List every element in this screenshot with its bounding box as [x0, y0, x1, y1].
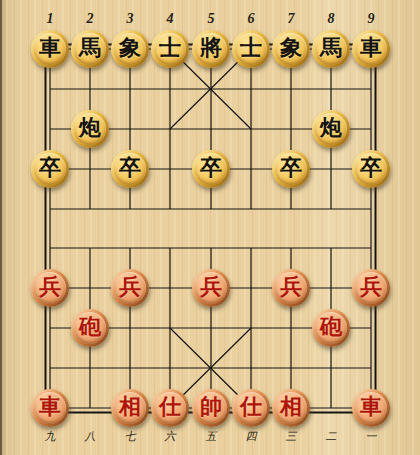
piece-red-soldier[interactable]: 兵 [111, 269, 149, 307]
xiangqi-board-screen: 123456789 九八七六五四三二一 車馬象士將士象馬車炮炮卒卒卒卒卒兵兵兵兵… [0, 0, 420, 455]
file-label-top-2: 2 [87, 12, 94, 26]
piece-black-soldier[interactable]: 卒 [111, 150, 149, 188]
piece-face: 兵 [114, 272, 146, 304]
piece-face: 兵 [34, 272, 66, 304]
piece-face: 士 [154, 33, 186, 65]
piece-black-elephant[interactable]: 象 [111, 30, 149, 68]
file-label-bottom-1: 九 [45, 431, 56, 442]
piece-black-advisor[interactable]: 士 [232, 30, 270, 68]
file-label-top-4: 4 [167, 12, 174, 26]
piece-face: 車 [355, 33, 387, 65]
piece-glyph-advisor: 仕 [240, 396, 262, 418]
piece-red-chariot[interactable]: 車 [352, 389, 390, 427]
piece-glyph-general: 帥 [200, 396, 222, 418]
piece-red-soldier[interactable]: 兵 [31, 269, 69, 307]
piece-glyph-advisor: 士 [159, 37, 181, 59]
piece-black-chariot[interactable]: 車 [352, 30, 390, 68]
piece-face: 炮 [315, 113, 347, 145]
piece-face: 將 [195, 33, 227, 65]
piece-glyph-soldier: 卒 [200, 157, 222, 179]
file-label-bottom-2: 八 [85, 431, 96, 442]
piece-face: 卒 [195, 153, 227, 185]
piece-face: 砲 [74, 312, 106, 344]
piece-face: 仕 [154, 392, 186, 424]
piece-glyph-horse: 馬 [320, 37, 342, 59]
file-label-bottom-7: 三 [286, 431, 297, 442]
piece-black-cannon[interactable]: 炮 [71, 110, 109, 148]
piece-black-horse[interactable]: 馬 [312, 30, 350, 68]
piece-glyph-elephant: 象 [119, 37, 141, 59]
file-label-bottom-5: 五 [206, 431, 217, 442]
piece-glyph-chariot: 車 [39, 37, 61, 59]
piece-black-soldier[interactable]: 卒 [31, 150, 69, 188]
piece-black-soldier[interactable]: 卒 [352, 150, 390, 188]
piece-black-soldier[interactable]: 卒 [192, 150, 230, 188]
piece-face: 卒 [275, 153, 307, 185]
piece-glyph-advisor: 士 [240, 37, 262, 59]
piece-glyph-cannon: 炮 [320, 117, 342, 139]
piece-face: 象 [114, 33, 146, 65]
piece-glyph-general: 將 [200, 37, 222, 59]
piece-red-soldier[interactable]: 兵 [192, 269, 230, 307]
file-label-top-9: 9 [368, 12, 375, 26]
piece-glyph-soldier: 卒 [280, 157, 302, 179]
piece-glyph-chariot: 車 [360, 37, 382, 59]
piece-glyph-soldier: 兵 [200, 276, 222, 298]
piece-black-chariot[interactable]: 車 [31, 30, 69, 68]
file-label-top-6: 6 [248, 12, 255, 26]
piece-glyph-soldier: 卒 [119, 157, 141, 179]
piece-glyph-soldier: 兵 [280, 276, 302, 298]
piece-glyph-chariot: 車 [39, 396, 61, 418]
file-label-top-8: 8 [328, 12, 335, 26]
piece-face: 馬 [315, 33, 347, 65]
piece-glyph-soldier: 兵 [39, 276, 61, 298]
piece-red-advisor[interactable]: 仕 [151, 389, 189, 427]
piece-glyph-cannon: 炮 [79, 117, 101, 139]
piece-face: 車 [34, 33, 66, 65]
piece-glyph-soldier: 兵 [360, 276, 382, 298]
piece-black-horse[interactable]: 馬 [71, 30, 109, 68]
piece-red-advisor[interactable]: 仕 [232, 389, 270, 427]
file-label-top-3: 3 [127, 12, 134, 26]
piece-glyph-chariot: 車 [360, 396, 382, 418]
piece-glyph-advisor: 仕 [159, 396, 181, 418]
piece-glyph-soldier: 卒 [360, 157, 382, 179]
file-label-top-5: 5 [208, 12, 215, 26]
file-label-bottom-9: 一 [366, 431, 377, 442]
piece-glyph-horse: 馬 [79, 37, 101, 59]
file-label-bottom-8: 二 [326, 431, 337, 442]
file-label-top-7: 7 [288, 12, 295, 26]
piece-face: 士 [235, 33, 267, 65]
board-grid [0, 0, 420, 455]
piece-red-cannon[interactable]: 砲 [312, 309, 350, 347]
piece-face: 車 [355, 392, 387, 424]
piece-face: 炮 [74, 113, 106, 145]
piece-face: 相 [275, 392, 307, 424]
piece-face: 卒 [355, 153, 387, 185]
piece-face: 象 [275, 33, 307, 65]
piece-glyph-elephant: 相 [280, 396, 302, 418]
piece-red-elephant[interactable]: 相 [272, 389, 310, 427]
file-label-bottom-4: 六 [165, 431, 176, 442]
piece-red-general[interactable]: 帥 [192, 389, 230, 427]
piece-red-chariot[interactable]: 車 [31, 389, 69, 427]
piece-red-elephant[interactable]: 相 [111, 389, 149, 427]
piece-red-cannon[interactable]: 砲 [71, 309, 109, 347]
piece-red-soldier[interactable]: 兵 [272, 269, 310, 307]
piece-glyph-soldier: 兵 [119, 276, 141, 298]
piece-glyph-cannon: 砲 [320, 316, 342, 338]
piece-black-advisor[interactable]: 士 [151, 30, 189, 68]
piece-face: 馬 [74, 33, 106, 65]
piece-black-elephant[interactable]: 象 [272, 30, 310, 68]
file-label-top-1: 1 [47, 12, 54, 26]
piece-face: 卒 [34, 153, 66, 185]
piece-face: 仕 [235, 392, 267, 424]
file-label-bottom-3: 七 [125, 431, 136, 442]
piece-red-soldier[interactable]: 兵 [352, 269, 390, 307]
piece-glyph-elephant: 象 [280, 37, 302, 59]
piece-face: 砲 [315, 312, 347, 344]
piece-face: 相 [114, 392, 146, 424]
piece-glyph-cannon: 砲 [79, 316, 101, 338]
piece-face: 卒 [114, 153, 146, 185]
piece-black-cannon[interactable]: 炮 [312, 110, 350, 148]
piece-glyph-elephant: 相 [119, 396, 141, 418]
piece-black-general[interactable]: 將 [192, 30, 230, 68]
piece-face: 帥 [195, 392, 227, 424]
piece-face: 車 [34, 392, 66, 424]
piece-black-soldier[interactable]: 卒 [272, 150, 310, 188]
piece-glyph-soldier: 卒 [39, 157, 61, 179]
piece-face: 兵 [275, 272, 307, 304]
piece-face: 兵 [195, 272, 227, 304]
piece-face: 兵 [355, 272, 387, 304]
file-label-bottom-6: 四 [246, 431, 257, 442]
